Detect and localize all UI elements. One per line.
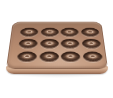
pan-cavity-r2c4 [82,39,102,49]
pan-cavity-r1c4 [81,28,100,37]
pan-cell-r2c3 [61,38,81,49]
product-photo-scene [0,0,113,98]
pan-cell-r1c2 [40,27,59,38]
pan-cell-r3c1 [17,51,38,63]
pan-cavity-r3c4 [82,51,102,62]
pan-cavity-r3c2 [39,51,59,62]
pan-cavity-r3c1 [17,51,37,62]
pan-cell-r2c2 [39,38,58,49]
pan-cell-r1c4 [80,27,100,38]
pan-cell-r1c1 [20,27,39,38]
pan-cell-r3c2 [39,51,59,63]
pan-cell-r1c3 [61,27,80,38]
pan-cell-r2c1 [18,38,38,49]
pan-cavity-r2c3 [61,39,80,49]
pan-cavity-r2c1 [19,39,38,49]
pan-cavity-r3c3 [61,51,81,62]
pan-cell-r2c4 [81,38,101,49]
muffin-pan [6,22,108,69]
pan-cavity-r1c1 [20,28,39,37]
pan-cell-r3c4 [82,51,103,63]
pan-cavity-r2c2 [40,39,59,49]
pan-cavity-r1c3 [61,28,79,37]
pan-cavity-r1c2 [40,28,58,37]
pan-cell-r3c3 [61,51,81,63]
cavity-grid [7,22,107,68]
